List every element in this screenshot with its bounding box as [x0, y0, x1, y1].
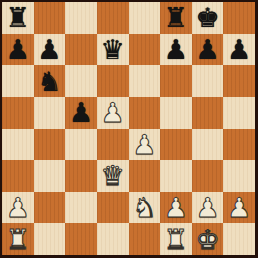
square-d6[interactable]: [97, 65, 129, 97]
square-e6[interactable]: [129, 65, 161, 97]
square-g1[interactable]: ♚: [192, 223, 224, 255]
black-pawn[interactable]: ♟: [69, 97, 93, 128]
square-h1[interactable]: [223, 223, 255, 255]
black-pawn[interactable]: ♟: [164, 34, 188, 65]
square-c3[interactable]: [65, 160, 97, 192]
square-g8[interactable]: ♚: [192, 2, 224, 34]
white-pawn[interactable]: ♟: [132, 129, 156, 160]
square-d4[interactable]: [97, 129, 129, 161]
black-rook[interactable]: ♜: [6, 2, 30, 33]
square-a3[interactable]: [2, 160, 34, 192]
square-g2[interactable]: ♟: [192, 192, 224, 224]
white-pawn[interactable]: ♟: [101, 97, 125, 128]
square-c5[interactable]: ♟: [65, 97, 97, 129]
square-f4[interactable]: [160, 129, 192, 161]
black-knight[interactable]: ♞: [37, 66, 61, 97]
square-h6[interactable]: [223, 65, 255, 97]
square-g7[interactable]: ♟: [192, 34, 224, 66]
square-e1[interactable]: [129, 223, 161, 255]
white-queen[interactable]: ♛: [101, 160, 125, 191]
square-h2[interactable]: ♟: [223, 192, 255, 224]
square-g6[interactable]: [192, 65, 224, 97]
square-d3[interactable]: ♛: [97, 160, 129, 192]
square-a4[interactable]: [2, 129, 34, 161]
white-pawn[interactable]: ♟: [164, 192, 188, 223]
white-knight[interactable]: ♞: [132, 192, 156, 223]
square-c7[interactable]: [65, 34, 97, 66]
square-b7[interactable]: ♟: [34, 34, 66, 66]
square-b1[interactable]: [34, 223, 66, 255]
square-e5[interactable]: [129, 97, 161, 129]
square-c8[interactable]: [65, 2, 97, 34]
square-f3[interactable]: [160, 160, 192, 192]
white-pawn[interactable]: ♟: [195, 192, 219, 223]
square-g5[interactable]: [192, 97, 224, 129]
square-a5[interactable]: [2, 97, 34, 129]
square-c4[interactable]: [65, 129, 97, 161]
square-e7[interactable]: [129, 34, 161, 66]
black-queen[interactable]: ♛: [101, 34, 125, 65]
chess-board: ♜♜♚♟♟♛♟♟♟♞♟♟♟♛♟♞♟♟♟♜♜♚: [2, 2, 255, 255]
square-h5[interactable]: [223, 97, 255, 129]
square-e2[interactable]: ♞: [129, 192, 161, 224]
square-h3[interactable]: [223, 160, 255, 192]
white-pawn[interactable]: ♟: [6, 192, 30, 223]
square-g4[interactable]: [192, 129, 224, 161]
square-h7[interactable]: ♟: [223, 34, 255, 66]
square-d5[interactable]: ♟: [97, 97, 129, 129]
white-rook[interactable]: ♜: [6, 224, 30, 255]
square-c6[interactable]: [65, 65, 97, 97]
square-d2[interactable]: [97, 192, 129, 224]
square-f6[interactable]: [160, 65, 192, 97]
square-f1[interactable]: ♜: [160, 223, 192, 255]
square-a1[interactable]: ♜: [2, 223, 34, 255]
square-e3[interactable]: [129, 160, 161, 192]
square-f8[interactable]: ♜: [160, 2, 192, 34]
square-g3[interactable]: [192, 160, 224, 192]
square-b4[interactable]: [34, 129, 66, 161]
chess-board-frame: ♜♜♚♟♟♛♟♟♟♞♟♟♟♛♟♞♟♟♟♜♜♚: [0, 0, 258, 258]
square-b6[interactable]: ♞: [34, 65, 66, 97]
square-d7[interactable]: ♛: [97, 34, 129, 66]
black-pawn[interactable]: ♟: [195, 34, 219, 65]
square-a2[interactable]: ♟: [2, 192, 34, 224]
white-rook[interactable]: ♜: [164, 224, 188, 255]
square-b3[interactable]: [34, 160, 66, 192]
white-king[interactable]: ♚: [195, 224, 219, 255]
square-f2[interactable]: ♟: [160, 192, 192, 224]
square-c1[interactable]: [65, 223, 97, 255]
black-pawn[interactable]: ♟: [227, 34, 251, 65]
square-e8[interactable]: [129, 2, 161, 34]
square-b8[interactable]: [34, 2, 66, 34]
black-rook[interactable]: ♜: [164, 2, 188, 33]
square-h4[interactable]: [223, 129, 255, 161]
black-pawn[interactable]: ♟: [6, 34, 30, 65]
square-c2[interactable]: [65, 192, 97, 224]
square-b5[interactable]: [34, 97, 66, 129]
square-a7[interactable]: ♟: [2, 34, 34, 66]
square-b2[interactable]: [34, 192, 66, 224]
black-pawn[interactable]: ♟: [37, 34, 61, 65]
square-h8[interactable]: [223, 2, 255, 34]
black-king[interactable]: ♚: [195, 2, 219, 33]
square-e4[interactable]: ♟: [129, 129, 161, 161]
square-a6[interactable]: [2, 65, 34, 97]
white-pawn[interactable]: ♟: [227, 192, 251, 223]
square-f5[interactable]: [160, 97, 192, 129]
square-d1[interactable]: [97, 223, 129, 255]
square-d8[interactable]: [97, 2, 129, 34]
square-a8[interactable]: ♜: [2, 2, 34, 34]
square-f7[interactable]: ♟: [160, 34, 192, 66]
